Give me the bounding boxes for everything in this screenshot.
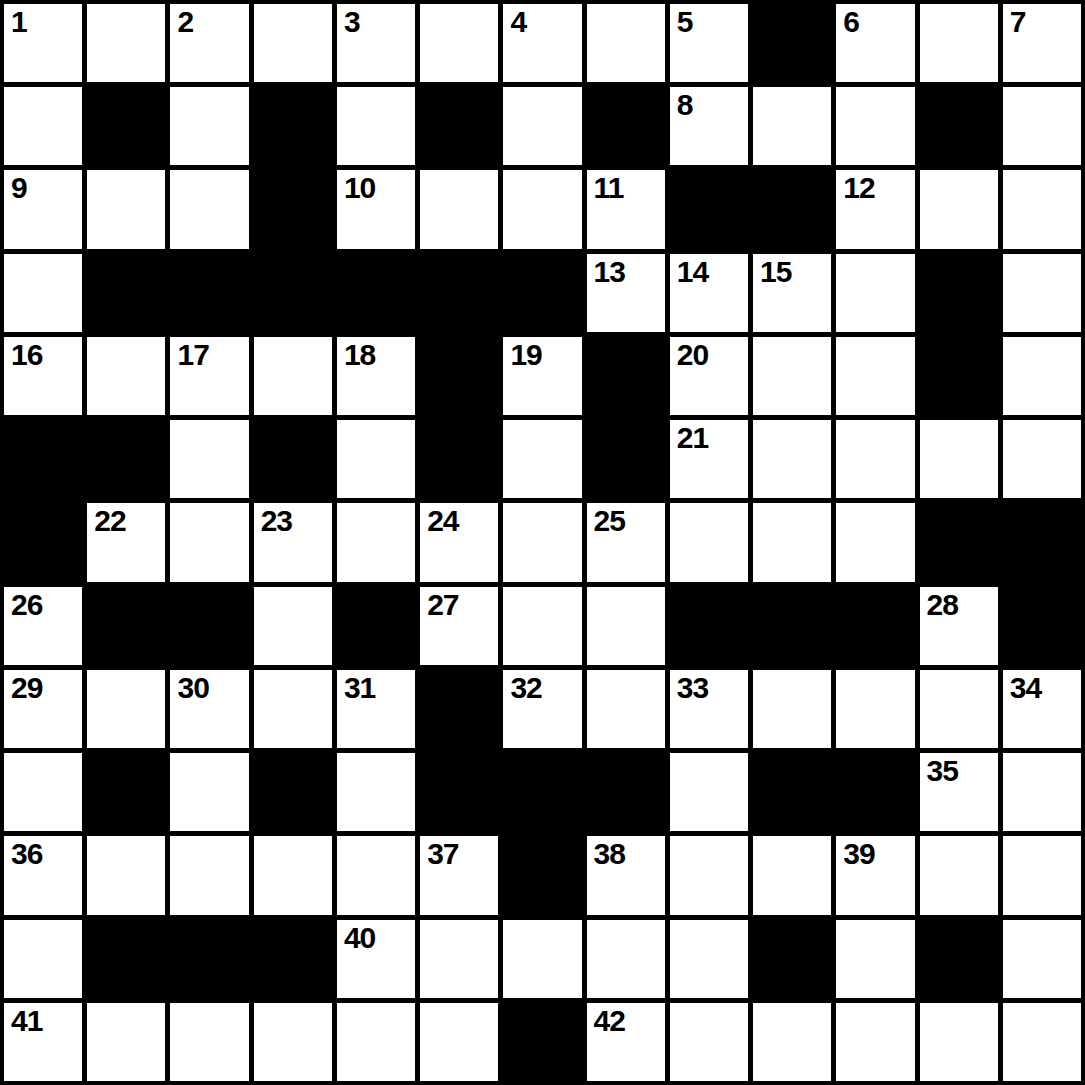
blocked-cell-r11c7 <box>503 836 581 914</box>
cell-r3c12[interactable] <box>920 170 998 248</box>
cell-r12c6[interactable] <box>420 920 498 998</box>
clue-number-4: 4 <box>510 5 526 40</box>
cell-r3c11[interactable]: 12 <box>836 170 914 248</box>
clue-number-40: 40 <box>344 921 375 956</box>
clue-number-1: 1 <box>11 5 27 40</box>
clue-number-36: 36 <box>11 837 42 872</box>
cell-r12c7[interactable] <box>503 920 581 998</box>
clue-number-26: 26 <box>11 588 42 623</box>
cell-r1c1[interactable]: 1 <box>4 4 82 82</box>
clue-number-10: 10 <box>344 171 375 206</box>
cell-r7c4[interactable]: 23 <box>254 503 332 581</box>
blocked-cell-r8c11 <box>836 587 914 665</box>
cell-r1c9[interactable]: 5 <box>670 4 748 82</box>
cell-r8c1[interactable]: 26 <box>4 587 82 665</box>
blocked-cell-r9c6 <box>420 670 498 748</box>
cell-r7c8[interactable]: 25 <box>587 503 665 581</box>
blocked-cell-r10c10 <box>753 753 831 831</box>
cell-r8c12[interactable]: 28 <box>920 587 998 665</box>
cell-r3c3[interactable] <box>170 170 248 248</box>
cell-r4c1[interactable] <box>4 254 82 332</box>
cell-r7c6[interactable]: 24 <box>420 503 498 581</box>
cell-r10c12[interactable]: 35 <box>920 753 998 831</box>
blocked-cell-r10c8 <box>587 753 665 831</box>
blocked-cell-r6c4 <box>254 420 332 498</box>
cell-r3c13[interactable] <box>1003 170 1081 248</box>
cell-r7c7[interactable] <box>503 503 581 581</box>
cell-r5c10[interactable] <box>753 337 831 415</box>
clue-number-11: 11 <box>594 171 624 206</box>
cell-r5c2[interactable] <box>87 337 165 415</box>
clue-number-31: 31 <box>344 671 375 706</box>
cell-r13c3[interactable] <box>170 1003 248 1081</box>
cell-r7c10[interactable] <box>753 503 831 581</box>
clue-number-20: 20 <box>677 338 708 373</box>
blocked-cell-r6c2 <box>87 420 165 498</box>
cell-r13c4[interactable] <box>254 1003 332 1081</box>
cell-r1c11[interactable]: 6 <box>836 4 914 82</box>
cell-r4c10[interactable]: 15 <box>753 254 831 332</box>
blocked-cell-r5c8 <box>587 337 665 415</box>
cell-r6c12[interactable] <box>920 420 998 498</box>
cell-r2c11[interactable] <box>836 87 914 165</box>
cell-r12c8[interactable] <box>587 920 665 998</box>
cell-r12c5[interactable]: 40 <box>337 920 415 998</box>
cell-r4c13[interactable] <box>1003 254 1081 332</box>
cell-r2c13[interactable] <box>1003 87 1081 165</box>
cell-r10c5[interactable] <box>337 753 415 831</box>
blocked-cell-r12c3 <box>170 920 248 998</box>
blocked-cell-r2c2 <box>87 87 165 165</box>
cell-r8c4[interactable] <box>254 587 332 665</box>
cell-r13c5[interactable] <box>337 1003 415 1081</box>
cell-r9c9[interactable]: 33 <box>670 670 748 748</box>
blocked-cell-r4c12 <box>920 254 998 332</box>
clue-number-8: 8 <box>677 88 693 123</box>
cell-r1c12[interactable] <box>920 4 998 82</box>
blocked-cell-r10c2 <box>87 753 165 831</box>
cell-r5c3[interactable]: 17 <box>170 337 248 415</box>
blocked-cell-r2c8 <box>587 87 665 165</box>
clue-number-39: 39 <box>843 837 874 872</box>
clue-number-30: 30 <box>177 671 208 706</box>
cell-r9c3[interactable]: 30 <box>170 670 248 748</box>
cell-r8c7[interactable] <box>503 587 581 665</box>
cell-r1c13[interactable]: 7 <box>1003 4 1081 82</box>
clue-number-25: 25 <box>594 504 625 539</box>
cell-r6c3[interactable] <box>170 420 248 498</box>
blocked-cell-r12c10 <box>753 920 831 998</box>
cell-r2c9[interactable]: 8 <box>670 87 748 165</box>
cell-r5c1[interactable]: 16 <box>4 337 82 415</box>
cell-r9c11[interactable] <box>836 670 914 748</box>
blocked-cell-r10c4 <box>254 753 332 831</box>
clue-number-19: 19 <box>510 338 541 373</box>
blocked-cell-r8c10 <box>753 587 831 665</box>
cell-r12c13[interactable] <box>1003 920 1081 998</box>
cell-r13c8[interactable]: 42 <box>587 1003 665 1081</box>
cell-r1c8[interactable] <box>587 4 665 82</box>
blocked-cell-r8c3 <box>170 587 248 665</box>
blocked-cell-r12c2 <box>87 920 165 998</box>
cell-r9c12[interactable] <box>920 670 998 748</box>
blocked-cell-r3c4 <box>254 170 332 248</box>
cell-r1c4[interactable] <box>254 4 332 82</box>
clue-number-14: 14 <box>677 255 708 290</box>
clue-number-17: 17 <box>177 338 208 373</box>
cell-r11c13[interactable] <box>1003 836 1081 914</box>
blocked-cell-r2c4 <box>254 87 332 165</box>
clue-number-27: 27 <box>427 588 458 623</box>
cell-r13c10[interactable] <box>753 1003 831 1081</box>
cell-r2c10[interactable] <box>753 87 831 165</box>
cell-r8c6[interactable]: 27 <box>420 587 498 665</box>
cell-r3c2[interactable] <box>87 170 165 248</box>
blocked-cell-r4c3 <box>170 254 248 332</box>
cell-r11c4[interactable] <box>254 836 332 914</box>
cell-r13c9[interactable] <box>670 1003 748 1081</box>
cell-r9c13[interactable]: 34 <box>1003 670 1081 748</box>
blocked-cell-r4c6 <box>420 254 498 332</box>
blocked-cell-r8c2 <box>87 587 165 665</box>
cell-r3c7[interactable] <box>503 170 581 248</box>
blocked-cell-r4c2 <box>87 254 165 332</box>
clue-number-23: 23 <box>261 504 292 539</box>
clue-number-29: 29 <box>11 671 42 706</box>
clue-number-22: 22 <box>94 504 125 539</box>
blocked-cell-r7c1 <box>4 503 82 581</box>
cell-r4c9[interactable]: 14 <box>670 254 748 332</box>
blocked-cell-r4c7 <box>503 254 581 332</box>
cell-r6c11[interactable] <box>836 420 914 498</box>
cell-r5c11[interactable] <box>836 337 914 415</box>
blocked-cell-r5c12 <box>920 337 998 415</box>
cell-r11c11[interactable]: 39 <box>836 836 914 914</box>
crossword-puzzle: 1234567891011121314151617181920212223242… <box>0 0 1085 1085</box>
cell-r11c6[interactable]: 37 <box>420 836 498 914</box>
cell-r5c4[interactable] <box>254 337 332 415</box>
cell-r1c2[interactable] <box>87 4 165 82</box>
cell-r1c6[interactable] <box>420 4 498 82</box>
cell-r7c2[interactable]: 22 <box>87 503 165 581</box>
blocked-cell-r6c8 <box>587 420 665 498</box>
clue-number-24: 24 <box>427 504 458 539</box>
clue-number-7: 7 <box>1010 5 1026 40</box>
cell-r2c7[interactable] <box>503 87 581 165</box>
blocked-cell-r4c4 <box>254 254 332 332</box>
cell-r13c12[interactable] <box>920 1003 998 1081</box>
cell-r11c12[interactable] <box>920 836 998 914</box>
cell-r3c5[interactable]: 10 <box>337 170 415 248</box>
cell-r10c13[interactable] <box>1003 753 1081 831</box>
clue-number-2: 2 <box>177 5 193 40</box>
blocked-cell-r6c6 <box>420 420 498 498</box>
cell-r10c3[interactable] <box>170 753 248 831</box>
cell-r1c5[interactable]: 3 <box>337 4 415 82</box>
cell-r2c1[interactable] <box>4 87 82 165</box>
cell-r2c3[interactable] <box>170 87 248 165</box>
clue-number-5: 5 <box>677 5 693 40</box>
clue-number-15: 15 <box>760 255 791 290</box>
blocked-cell-r10c6 <box>420 753 498 831</box>
blocked-cell-r8c13 <box>1003 587 1081 665</box>
clue-number-16: 16 <box>11 338 42 373</box>
cell-r11c2[interactable] <box>87 836 165 914</box>
blocked-cell-r13c7 <box>503 1003 581 1081</box>
cell-r9c10[interactable] <box>753 670 831 748</box>
clue-number-34: 34 <box>1010 671 1041 706</box>
cell-r4c8[interactable]: 13 <box>587 254 665 332</box>
cell-r3c8[interactable]: 11 <box>587 170 665 248</box>
blocked-cell-r8c5 <box>337 587 415 665</box>
cell-r13c1[interactable]: 41 <box>4 1003 82 1081</box>
blocked-cell-r10c7 <box>503 753 581 831</box>
cell-r13c6[interactable] <box>420 1003 498 1081</box>
cell-r6c7[interactable] <box>503 420 581 498</box>
clue-number-32: 32 <box>510 671 541 706</box>
cell-r4c11[interactable] <box>836 254 914 332</box>
cell-r11c10[interactable] <box>753 836 831 914</box>
cell-r10c1[interactable] <box>4 753 82 831</box>
cell-r9c8[interactable] <box>587 670 665 748</box>
clue-number-42: 42 <box>594 1004 625 1039</box>
blocked-cell-r5c6 <box>420 337 498 415</box>
cell-r12c11[interactable] <box>836 920 914 998</box>
blocked-cell-r3c10 <box>753 170 831 248</box>
blocked-cell-r7c12 <box>920 503 998 581</box>
blocked-cell-r12c4 <box>254 920 332 998</box>
blocked-cell-r3c9 <box>670 170 748 248</box>
blocked-cell-r4c5 <box>337 254 415 332</box>
cell-r9c1[interactable]: 29 <box>4 670 82 748</box>
cell-r1c3[interactable]: 2 <box>170 4 248 82</box>
cell-r2c5[interactable] <box>337 87 415 165</box>
cell-r7c3[interactable] <box>170 503 248 581</box>
cell-r9c2[interactable] <box>87 670 165 748</box>
clue-number-28: 28 <box>927 588 958 623</box>
cell-r12c1[interactable] <box>4 920 82 998</box>
clue-number-35: 35 <box>927 754 958 789</box>
cell-r6c9[interactable]: 21 <box>670 420 748 498</box>
clue-number-38: 38 <box>594 837 625 872</box>
cell-r5c5[interactable]: 18 <box>337 337 415 415</box>
clue-number-37: 37 <box>427 837 458 872</box>
cell-r9c5[interactable]: 31 <box>337 670 415 748</box>
clue-number-18: 18 <box>344 338 375 373</box>
clue-number-3: 3 <box>344 5 360 40</box>
cell-r13c13[interactable] <box>1003 1003 1081 1081</box>
cell-r3c6[interactable] <box>420 170 498 248</box>
blocked-cell-r12c12 <box>920 920 998 998</box>
blocked-cell-r2c12 <box>920 87 998 165</box>
blocked-cell-r2c6 <box>420 87 498 165</box>
cell-r9c4[interactable] <box>254 670 332 748</box>
cell-r3c1[interactable]: 9 <box>4 170 82 248</box>
cell-r12c9[interactable] <box>670 920 748 998</box>
cell-r11c3[interactable] <box>170 836 248 914</box>
blocked-cell-r7c13 <box>1003 503 1081 581</box>
cell-r11c8[interactable]: 38 <box>587 836 665 914</box>
cell-r8c8[interactable] <box>587 587 665 665</box>
cell-r6c10[interactable] <box>753 420 831 498</box>
crossword-board: 1234567891011121314151617181920212223242… <box>0 0 1085 1085</box>
clue-number-33: 33 <box>677 671 708 706</box>
clue-number-6: 6 <box>843 5 859 40</box>
cell-r5c9[interactable]: 20 <box>670 337 748 415</box>
cell-r1c7[interactable]: 4 <box>503 4 581 82</box>
clue-number-41: 41 <box>11 1004 42 1039</box>
clue-number-13: 13 <box>594 255 625 290</box>
cell-r7c5[interactable] <box>337 503 415 581</box>
cell-r11c1[interactable]: 36 <box>4 836 82 914</box>
cell-r5c13[interactable] <box>1003 337 1081 415</box>
clue-number-9: 9 <box>11 171 27 206</box>
clue-number-21: 21 <box>677 421 708 456</box>
cell-r6c5[interactable] <box>337 420 415 498</box>
cell-r11c9[interactable] <box>670 836 748 914</box>
blocked-cell-r10c11 <box>836 753 914 831</box>
blocked-cell-r6c1 <box>4 420 82 498</box>
clue-number-12: 12 <box>843 171 874 206</box>
blocked-cell-r1c10 <box>753 4 831 82</box>
cell-r7c11[interactable] <box>836 503 914 581</box>
cell-r6c13[interactable] <box>1003 420 1081 498</box>
cell-r13c11[interactable] <box>836 1003 914 1081</box>
cell-r5c7[interactable]: 19 <box>503 337 581 415</box>
cell-r7c9[interactable] <box>670 503 748 581</box>
cell-r13c2[interactable] <box>87 1003 165 1081</box>
blocked-cell-r8c9 <box>670 587 748 665</box>
cell-r9c7[interactable]: 32 <box>503 670 581 748</box>
cell-r10c9[interactable] <box>670 753 748 831</box>
cell-r11c5[interactable] <box>337 836 415 914</box>
